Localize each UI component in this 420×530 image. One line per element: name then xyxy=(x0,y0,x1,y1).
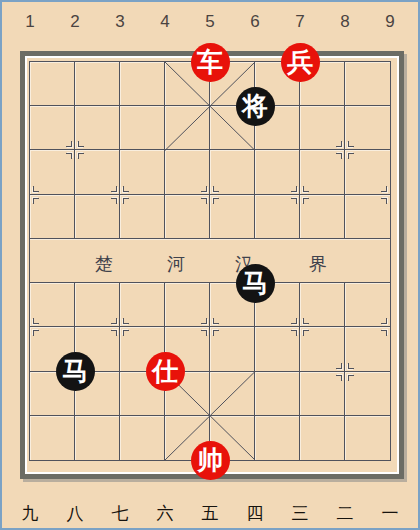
file-label-bottom-2: 八 xyxy=(67,502,84,525)
point-marker xyxy=(20,317,40,337)
marker-bracket xyxy=(213,330,219,336)
marker-bracket xyxy=(336,153,342,159)
piece-red-chariot[interactable]: 车 xyxy=(191,43,230,82)
point-marker xyxy=(110,317,130,337)
file-label-bottom-8: 二 xyxy=(337,502,354,525)
xiangqi-board-window: 123456789 楚河汉界车兵将马马仕帅 九八七六五四三二一 xyxy=(0,0,420,530)
marker-bracket xyxy=(111,198,117,204)
marker-bracket xyxy=(123,198,129,204)
file-label-bottom-6: 四 xyxy=(247,502,264,525)
piece-red-soldier[interactable]: 兵 xyxy=(281,43,320,82)
piece-red-advisor[interactable]: 仕 xyxy=(146,352,185,391)
marker-bracket xyxy=(33,198,39,204)
marker-bracket xyxy=(303,318,309,324)
file-label-bottom-9: 一 xyxy=(382,502,399,525)
file-label-bottom-5: 五 xyxy=(202,502,219,525)
file-label-top-6: 6 xyxy=(250,12,259,32)
file-label-bottom-3: 七 xyxy=(112,502,129,525)
marker-bracket xyxy=(381,318,387,324)
river-label-char-2: 河 xyxy=(167,252,185,276)
file-label-bottom-1: 九 xyxy=(22,502,39,525)
marker-bracket xyxy=(348,141,354,147)
marker-bracket xyxy=(336,375,342,381)
marker-bracket xyxy=(201,186,207,192)
river-label-char-4: 界 xyxy=(309,252,327,276)
point-marker xyxy=(380,317,400,337)
piece-black-general[interactable]: 将 xyxy=(236,87,275,126)
point-marker xyxy=(290,185,310,205)
marker-bracket xyxy=(201,198,207,204)
marker-bracket xyxy=(213,318,219,324)
file-label-top-9: 9 xyxy=(385,12,394,32)
marker-bracket xyxy=(123,186,129,192)
file-label-top-2: 2 xyxy=(70,12,79,32)
file-label-top-4: 4 xyxy=(160,12,169,32)
board-overlay: 楚河汉界车兵将马马仕帅 xyxy=(30,62,390,460)
marker-bracket xyxy=(66,153,72,159)
file-label-top-8: 8 xyxy=(340,12,349,32)
marker-bracket xyxy=(111,330,117,336)
marker-bracket xyxy=(111,186,117,192)
marker-bracket xyxy=(33,318,39,324)
marker-bracket xyxy=(291,186,297,192)
marker-bracket xyxy=(33,186,39,192)
piece-black-horse-right[interactable]: 马 xyxy=(236,264,275,303)
point-marker xyxy=(290,317,310,337)
marker-bracket xyxy=(111,318,117,324)
palace-diagonals xyxy=(30,62,390,460)
point-marker xyxy=(110,185,130,205)
point-marker xyxy=(335,140,355,160)
marker-bracket xyxy=(303,198,309,204)
marker-bracket xyxy=(33,330,39,336)
marker-bracket xyxy=(303,330,309,336)
point-marker xyxy=(380,185,400,205)
file-label-top-7: 7 xyxy=(295,12,304,32)
marker-bracket xyxy=(348,153,354,159)
marker-bracket xyxy=(78,141,84,147)
point-marker xyxy=(20,185,40,205)
piece-black-horse-left[interactable]: 马 xyxy=(56,352,95,391)
marker-bracket xyxy=(348,375,354,381)
file-label-top-5: 5 xyxy=(205,12,214,32)
point-marker xyxy=(335,362,355,382)
marker-bracket xyxy=(348,363,354,369)
point-marker xyxy=(65,140,85,160)
file-label-top-1: 1 xyxy=(25,12,34,32)
marker-bracket xyxy=(66,141,72,147)
river-label-char-1: 楚 xyxy=(95,252,113,276)
marker-bracket xyxy=(303,186,309,192)
file-label-bottom-7: 三 xyxy=(292,502,309,525)
marker-bracket xyxy=(381,198,387,204)
point-marker xyxy=(200,317,220,337)
marker-bracket xyxy=(291,198,297,204)
marker-bracket xyxy=(291,330,297,336)
marker-bracket xyxy=(381,330,387,336)
marker-bracket xyxy=(213,198,219,204)
marker-bracket xyxy=(213,186,219,192)
file-label-top-3: 3 xyxy=(115,12,124,32)
marker-bracket xyxy=(123,330,129,336)
piece-red-general[interactable]: 帅 xyxy=(191,441,230,480)
file-label-bottom-4: 六 xyxy=(157,502,174,525)
marker-bracket xyxy=(336,141,342,147)
marker-bracket xyxy=(201,330,207,336)
point-marker xyxy=(200,185,220,205)
marker-bracket xyxy=(123,318,129,324)
marker-bracket xyxy=(78,153,84,159)
marker-bracket xyxy=(381,186,387,192)
marker-bracket xyxy=(201,318,207,324)
marker-bracket xyxy=(336,363,342,369)
marker-bracket xyxy=(291,318,297,324)
